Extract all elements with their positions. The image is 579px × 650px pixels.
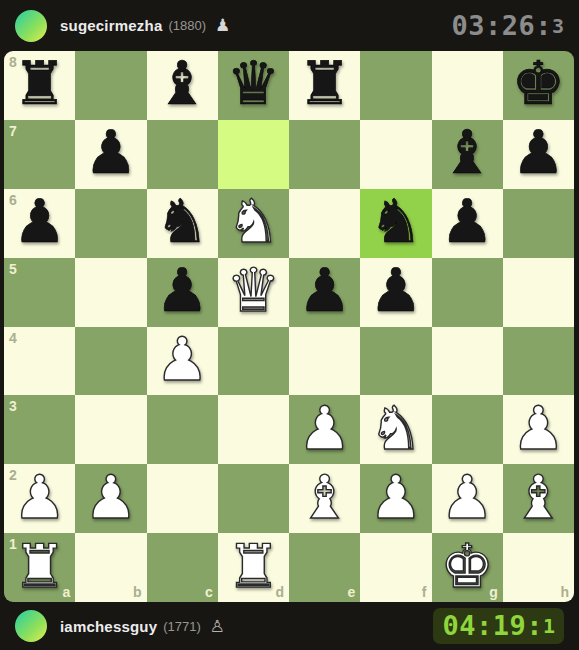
square-b7[interactable]: ♟ [75,120,146,189]
square-a1[interactable]: 1a♜ [4,533,75,602]
square-f7[interactable] [360,120,431,189]
white-pawn[interactable]: ♟ [298,398,352,458]
square-b6[interactable] [75,189,146,258]
white-knight[interactable]: ♞ [369,398,423,458]
black-pawn[interactable]: ♟ [511,122,565,182]
square-f5[interactable]: ♟ [360,258,431,327]
square-d1[interactable]: d♜ [218,533,289,602]
black-pawn[interactable]: ♟ [369,260,423,320]
square-a4[interactable]: 4 [4,327,75,396]
top-player-clock: 03:26: 3 [451,10,564,41]
square-h8[interactable]: ♚ [503,51,574,120]
square-b4[interactable] [75,327,146,396]
white-pawn[interactable]: ♟ [511,398,565,458]
square-h2[interactable]: ♝ [503,464,574,533]
square-b1[interactable]: b [75,533,146,602]
square-e5[interactable]: ♟ [289,258,360,327]
black-pawn[interactable]: ♟ [298,260,352,320]
square-d3[interactable] [218,395,289,464]
bottom-player-name: iamchessguy [60,618,157,635]
white-king[interactable]: ♚ [440,536,494,596]
square-g1[interactable]: g♚ [432,533,503,602]
square-h5[interactable] [503,258,574,327]
white-bishop[interactable]: ♝ [511,467,565,527]
top-player-avatar[interactable] [15,10,47,42]
square-a6[interactable]: 6♟ [4,189,75,258]
square-h7[interactable]: ♟ [503,120,574,189]
square-e7[interactable] [289,120,360,189]
square-b8[interactable] [75,51,146,120]
black-pawn[interactable]: ♟ [155,260,209,320]
file-label-b: b [133,585,142,599]
square-g5[interactable] [432,258,503,327]
square-d8[interactable]: ♛ [218,51,289,120]
square-a2[interactable]: 2♟ [4,464,75,533]
black-rook[interactable]: ♜ [13,53,67,113]
square-g3[interactable] [432,395,503,464]
black-pawn[interactable]: ♟ [440,191,494,251]
square-a3[interactable]: 3 [4,395,75,464]
top-player-bar: sugecirmezha (1880) ♟ 03:26: 3 [0,0,579,51]
square-e6[interactable] [289,189,360,258]
square-e4[interactable] [289,327,360,396]
white-bishop[interactable]: ♝ [298,467,352,527]
square-e1[interactable]: e [289,533,360,602]
white-pawn[interactable]: ♟ [440,467,494,527]
square-d4[interactable] [218,327,289,396]
white-pawn[interactable]: ♟ [369,467,423,527]
square-h6[interactable] [503,189,574,258]
square-g6[interactable]: ♟ [432,189,503,258]
white-knight[interactable]: ♞ [226,191,280,251]
white-pawn[interactable]: ♟ [13,467,67,527]
square-d2[interactable] [218,464,289,533]
black-pawn[interactable]: ♟ [13,191,67,251]
square-c7[interactable] [147,120,218,189]
black-knight[interactable]: ♞ [155,191,209,251]
rank-label-5: 5 [9,262,17,276]
square-h1[interactable]: h [503,533,574,602]
bottom-player-rating: (1771) [163,619,201,634]
square-c4[interactable]: ♟ [147,327,218,396]
rank-label-4: 4 [9,331,17,345]
white-pawn[interactable]: ♟ [155,329,209,389]
square-g7[interactable]: ♝ [432,120,503,189]
file-label-f: f [422,585,427,599]
square-g8[interactable] [432,51,503,120]
square-b3[interactable] [75,395,146,464]
square-e8[interactable]: ♜ [289,51,360,120]
square-d7[interactable] [218,120,289,189]
square-f1[interactable]: f [360,533,431,602]
square-f4[interactable] [360,327,431,396]
square-a7[interactable]: 7 [4,120,75,189]
square-f2[interactable]: ♟ [360,464,431,533]
square-h3[interactable]: ♟ [503,395,574,464]
square-c5[interactable]: ♟ [147,258,218,327]
square-c3[interactable] [147,395,218,464]
rank-label-3: 3 [9,399,17,413]
bottom-player-clock: 04:19: 1 [433,608,564,644]
black-king[interactable]: ♚ [511,53,565,113]
rank-label-7: 7 [9,124,17,138]
square-a5[interactable]: 5 [4,258,75,327]
black-pawn[interactable]: ♟ [84,122,138,182]
white-queen[interactable]: ♛ [226,260,280,320]
file-label-h: h [560,585,569,599]
square-d6[interactable]: ♞ [218,189,289,258]
white-rook[interactable]: ♜ [13,536,67,596]
file-label-e: e [347,585,355,599]
white-pawn-icon: ♙ [210,618,225,635]
square-g2[interactable]: ♟ [432,464,503,533]
white-pawn[interactable]: ♟ [84,467,138,527]
square-f3[interactable]: ♞ [360,395,431,464]
clock-minutes-seconds: 03:26: [451,10,552,41]
square-e2[interactable]: ♝ [289,464,360,533]
square-c2[interactable] [147,464,218,533]
square-c6[interactable]: ♞ [147,189,218,258]
black-queen[interactable]: ♛ [226,53,280,113]
file-label-c: c [205,585,213,599]
chess-board[interactable]: 8♜♝♛♜♚7♟♝♟6♟♞♞♞♟5♟♛♟♟4♟3♟♞♟2♟♟♝♟♟♝1a♜bcd… [4,51,574,602]
clock-tenths: 3 [552,14,564,38]
square-h4[interactable] [503,327,574,396]
bottom-player-bar: iamchessguy (1771) ♙ 04:19: 1 [0,602,579,650]
square-c8[interactable]: ♝ [147,51,218,120]
square-c1[interactable]: c [147,533,218,602]
black-bishop[interactable]: ♝ [440,122,494,182]
square-g4[interactable] [432,327,503,396]
clock-minutes-seconds: 04:19: [442,610,543,641]
black-pawn-icon: ♟ [215,17,230,34]
square-a8[interactable]: 8♜ [4,51,75,120]
square-f8[interactable] [360,51,431,120]
square-b2[interactable]: ♟ [75,464,146,533]
clock-tenths: 1 [543,614,555,638]
square-d5[interactable]: ♛ [218,258,289,327]
square-e3[interactable]: ♟ [289,395,360,464]
black-knight[interactable]: ♞ [369,191,423,251]
black-rook[interactable]: ♜ [298,53,352,113]
square-f6[interactable]: ♞ [360,189,431,258]
square-b5[interactable] [75,258,146,327]
top-player-name: sugecirmezha [60,17,162,34]
white-rook[interactable]: ♜ [226,536,280,596]
top-player-rating: (1880) [168,18,206,33]
bottom-player-avatar[interactable] [15,610,47,642]
black-bishop[interactable]: ♝ [155,53,209,113]
